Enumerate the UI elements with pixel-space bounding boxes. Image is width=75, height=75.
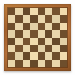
square-a5[interactable] <box>8 30 15 37</box>
chess-board <box>8 8 67 67</box>
square-c3[interactable] <box>23 45 30 52</box>
square-b6[interactable] <box>15 23 22 30</box>
square-f2[interactable] <box>45 52 52 59</box>
square-d6[interactable] <box>30 23 37 30</box>
square-c4[interactable] <box>23 38 30 45</box>
square-f7[interactable] <box>45 15 52 22</box>
square-a4[interactable] <box>8 38 15 45</box>
square-g7[interactable] <box>52 15 59 22</box>
square-a8[interactable] <box>8 8 15 15</box>
square-f5[interactable] <box>45 30 52 37</box>
board-frame <box>4 4 71 71</box>
square-b3[interactable] <box>15 45 22 52</box>
square-a6[interactable] <box>8 23 15 30</box>
square-h1[interactable] <box>60 60 67 67</box>
square-c1[interactable] <box>23 60 30 67</box>
square-e1[interactable] <box>38 60 45 67</box>
square-c2[interactable] <box>23 52 30 59</box>
square-b4[interactable] <box>15 38 22 45</box>
square-h3[interactable] <box>60 45 67 52</box>
square-h4[interactable] <box>60 38 67 45</box>
chessboard-photo <box>0 0 75 75</box>
square-c6[interactable] <box>23 23 30 30</box>
square-e3[interactable] <box>38 45 45 52</box>
square-e5[interactable] <box>38 30 45 37</box>
square-h5[interactable] <box>60 30 67 37</box>
square-b8[interactable] <box>15 8 22 15</box>
square-g5[interactable] <box>52 30 59 37</box>
square-g4[interactable] <box>52 38 59 45</box>
square-d7[interactable] <box>30 15 37 22</box>
square-a1[interactable] <box>8 60 15 67</box>
square-c8[interactable] <box>23 8 30 15</box>
square-b5[interactable] <box>15 30 22 37</box>
square-f3[interactable] <box>45 45 52 52</box>
square-d4[interactable] <box>30 38 37 45</box>
square-b7[interactable] <box>15 15 22 22</box>
square-f6[interactable] <box>45 23 52 30</box>
square-h7[interactable] <box>60 15 67 22</box>
square-c7[interactable] <box>23 15 30 22</box>
square-b2[interactable] <box>15 52 22 59</box>
square-f1[interactable] <box>45 60 52 67</box>
square-e4[interactable] <box>38 38 45 45</box>
square-h2[interactable] <box>60 52 67 59</box>
square-h8[interactable] <box>60 8 67 15</box>
square-e2[interactable] <box>38 52 45 59</box>
square-e8[interactable] <box>38 8 45 15</box>
square-g8[interactable] <box>52 8 59 15</box>
square-c5[interactable] <box>23 30 30 37</box>
square-a7[interactable] <box>8 15 15 22</box>
square-d2[interactable] <box>30 52 37 59</box>
square-g1[interactable] <box>52 60 59 67</box>
square-g6[interactable] <box>52 23 59 30</box>
square-a2[interactable] <box>8 52 15 59</box>
square-a3[interactable] <box>8 45 15 52</box>
square-f4[interactable] <box>45 38 52 45</box>
square-d8[interactable] <box>30 8 37 15</box>
square-e7[interactable] <box>38 15 45 22</box>
square-g2[interactable] <box>52 52 59 59</box>
square-f8[interactable] <box>45 8 52 15</box>
square-b1[interactable] <box>15 60 22 67</box>
square-h6[interactable] <box>60 23 67 30</box>
square-d1[interactable] <box>30 60 37 67</box>
square-e6[interactable] <box>38 23 45 30</box>
square-d3[interactable] <box>30 45 37 52</box>
square-g3[interactable] <box>52 45 59 52</box>
square-d5[interactable] <box>30 30 37 37</box>
